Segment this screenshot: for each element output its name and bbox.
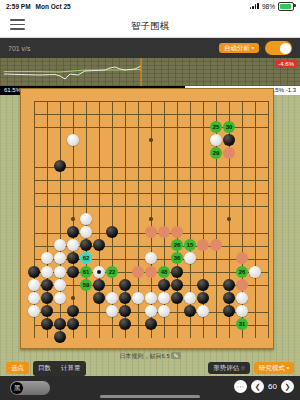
score-change-badge: -4.6% [275, 60, 297, 68]
salmon-candidate-mark[interactable] [132, 266, 144, 278]
black-stone [93, 292, 105, 304]
white-stone [54, 252, 66, 264]
black-stone [41, 305, 53, 317]
black-stone [197, 279, 209, 291]
white-stone [249, 266, 261, 278]
black-stone [93, 279, 105, 291]
white-stone [67, 239, 79, 251]
white-stone [54, 239, 66, 251]
black-stone [54, 331, 66, 343]
white-stone [28, 305, 40, 317]
analysis-toolbar: 选点 目数 计算量 形势评估 ○ 研究模式 ▪ [0, 361, 300, 375]
black-stone [67, 226, 79, 238]
battery-percent: 98% [262, 3, 275, 10]
candidate-move[interactable]: 26 [171, 239, 183, 251]
salmon-candidate-mark[interactable] [171, 226, 183, 238]
black-stone [171, 266, 183, 278]
signal-icon [250, 3, 259, 9]
hoshi-point [149, 217, 153, 221]
white-stone [67, 134, 79, 146]
prev-move-button[interactable]: ❮ [251, 380, 264, 393]
status-bar: 2:59 PM Mon Oct 25 98% [0, 0, 300, 12]
black-stone [119, 305, 131, 317]
black-stone [145, 318, 157, 330]
candidate-move[interactable]: 30 [223, 121, 235, 133]
white-stone [93, 266, 105, 278]
more-button[interactable]: ⋯ [234, 380, 247, 393]
black-stone [223, 305, 235, 317]
white-stone [41, 266, 53, 278]
next-move-button[interactable]: ❯ [281, 380, 294, 393]
black-stone [223, 279, 235, 291]
black-stone [28, 266, 40, 278]
black-stone [54, 318, 66, 330]
hoshi-point [149, 138, 153, 142]
candidate-move[interactable]: 36 [171, 252, 183, 264]
white-stone [54, 266, 66, 278]
territory-button[interactable]: 形势评估 ○ [208, 362, 250, 375]
bottom-bar: 黑 ⋯ ❮ 60 ❯ [0, 376, 300, 400]
black-stone [41, 292, 53, 304]
white-stone [54, 292, 66, 304]
black-stone [67, 305, 79, 317]
auto-analysis-button[interactable]: 自动分析 ▪ [219, 43, 259, 54]
candidate-move[interactable]: 22 [106, 266, 118, 278]
white-stone [158, 305, 170, 317]
candidate-move[interactable]: 25 [210, 121, 222, 133]
candidate-move[interactable]: 48 [158, 266, 170, 278]
salmon-candidate-mark[interactable] [145, 226, 157, 238]
salmon-candidate-mark[interactable] [158, 226, 170, 238]
black-stone [171, 292, 183, 304]
black-stone [67, 318, 79, 330]
candidate-move[interactable]: 15 [184, 239, 196, 251]
white-stone [132, 292, 144, 304]
candidate-move[interactable]: 29 [210, 147, 222, 159]
black-stone [197, 292, 209, 304]
graph-lines [0, 58, 300, 86]
white-stone [106, 305, 118, 317]
salmon-candidate-mark[interactable] [145, 266, 157, 278]
status-time-date: 2:59 PM Mon Oct 25 [6, 3, 71, 10]
white-stone [28, 292, 40, 304]
toggle-knob [280, 43, 291, 54]
salmon-candidate-mark[interactable] [197, 239, 209, 251]
white-stone [197, 305, 209, 317]
white-stone [41, 252, 53, 264]
last-move-marker [97, 270, 101, 274]
salmon-candidate-mark[interactable] [236, 279, 248, 291]
white-stone [145, 252, 157, 264]
white-stone [184, 292, 196, 304]
hoshi-point [227, 217, 231, 221]
white-stone [80, 226, 92, 238]
black-stone [119, 292, 131, 304]
tatami-background: 25302926153662612248265931 日本规则，贴目6.5 ✎ [0, 95, 300, 376]
edit-pencil-icon[interactable]: ✎ [171, 352, 180, 359]
battery-icon [278, 2, 294, 11]
white-stone [210, 134, 222, 146]
black-stone [223, 134, 235, 146]
study-mode-button[interactable]: 研究模式 ▪ [254, 362, 294, 375]
candidate-move[interactable]: 26 [236, 266, 248, 278]
white-stone [145, 292, 157, 304]
home-indicator[interactable] [100, 395, 200, 398]
black-stone [171, 279, 183, 291]
black-stone [119, 318, 131, 330]
visits-per-second: 701 v/s [8, 45, 31, 52]
black-stone [158, 279, 170, 291]
candidates-button[interactable]: 选点 [6, 362, 29, 375]
playouts-button[interactable]: 计算量 [56, 361, 86, 376]
black-stone [54, 160, 66, 172]
candidate-move[interactable]: 59 [80, 279, 92, 291]
status-time: 2:59 PM [6, 3, 31, 10]
black-stone [41, 279, 53, 291]
candidate-move[interactable]: 31 [236, 318, 248, 330]
black-side-knob: 黑 [11, 382, 23, 394]
black-stone [67, 252, 79, 264]
black-stone [67, 266, 79, 278]
winrate-graph[interactable]: -4.6% [0, 58, 300, 86]
black-stone [106, 226, 118, 238]
app-title: 智子围棋 [0, 20, 300, 33]
black-stone [80, 239, 92, 251]
move-number: 60 [268, 382, 277, 391]
black-stone [223, 292, 235, 304]
candidate-move[interactable]: 61 [80, 266, 92, 278]
hoshi-point [71, 217, 75, 221]
go-board[interactable]: 25302926153662612248265931 [20, 88, 274, 349]
black-stone [184, 305, 196, 317]
toolbar-group: 目数 计算量 [33, 361, 86, 376]
white-stone [145, 305, 157, 317]
hoshi-point [71, 296, 75, 300]
white-stone [236, 305, 248, 317]
white-stone [80, 213, 92, 225]
white-stone [106, 292, 118, 304]
white-stone [184, 252, 196, 264]
white-stone [28, 279, 40, 291]
salmon-candidate-mark[interactable] [236, 252, 248, 264]
analysis-bar: 701 v/s 自动分析 ▪ [0, 38, 300, 58]
analysis-toggle[interactable] [265, 41, 292, 55]
status-date: Mon Oct 25 [36, 3, 71, 10]
salmon-candidate-mark[interactable] [210, 239, 222, 251]
nav-bar: 智子围棋 [0, 12, 300, 38]
white-stone [236, 292, 248, 304]
white-stone [54, 279, 66, 291]
side-to-move-toggle[interactable]: 黑 [10, 381, 50, 395]
stones-layer: 25302926153662612248265931 [28, 94, 275, 344]
black-stone [93, 239, 105, 251]
salmon-candidate-mark[interactable] [223, 147, 235, 159]
white-stone [158, 292, 170, 304]
rules-text: 日本规则，贴目6.5 [119, 353, 169, 359]
best-candidate-move[interactable]: 62 [80, 252, 92, 264]
black-stone [119, 279, 131, 291]
black-stone [41, 318, 53, 330]
score-button[interactable]: 目数 [33, 361, 56, 376]
